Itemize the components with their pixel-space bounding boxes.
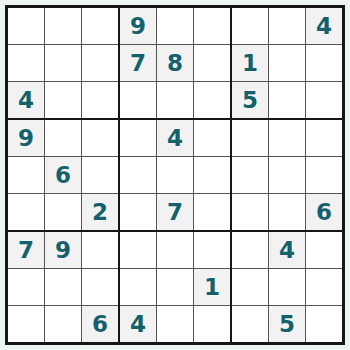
cell-r2c7-given[interactable]: 1 <box>232 45 268 81</box>
cell-r8c2-empty[interactable] <box>45 269 81 305</box>
cell-r7c1-given[interactable]: 7 <box>8 232 44 268</box>
cell-r6c3-given[interactable]: 2 <box>82 194 118 230</box>
cell-r1c6-empty[interactable] <box>194 8 230 44</box>
cell-r2c1-empty[interactable] <box>8 45 44 81</box>
cell-r6c9-given[interactable]: 6 <box>306 194 342 230</box>
cell-r9c1-empty[interactable] <box>8 306 44 342</box>
sudoku-box-5: 47 <box>120 120 230 230</box>
cell-r3c5-empty[interactable] <box>157 82 193 118</box>
cell-r9c5-empty[interactable] <box>157 306 193 342</box>
cell-r1c7-empty[interactable] <box>232 8 268 44</box>
cell-r7c4-empty[interactable] <box>120 232 156 268</box>
sudoku-box-2: 978 <box>120 8 230 118</box>
cell-r7c6-empty[interactable] <box>194 232 230 268</box>
cell-r8c3-empty[interactable] <box>82 269 118 305</box>
cell-r7c9-empty[interactable] <box>306 232 342 268</box>
cell-r2c8-empty[interactable] <box>269 45 305 81</box>
cell-r6c1-empty[interactable] <box>8 194 44 230</box>
cell-r3c1-given[interactable]: 4 <box>8 82 44 118</box>
cell-r6c4-empty[interactable] <box>120 194 156 230</box>
cell-r2c2-empty[interactable] <box>45 45 81 81</box>
cell-r2c5-given[interactable]: 8 <box>157 45 193 81</box>
cell-r9c9-empty[interactable] <box>306 306 342 342</box>
cell-r4c4-empty[interactable] <box>120 120 156 156</box>
sudoku-box-9: 45 <box>232 232 342 342</box>
cell-r8c1-empty[interactable] <box>8 269 44 305</box>
cell-r3c9-empty[interactable] <box>306 82 342 118</box>
cell-r1c4-given[interactable]: 9 <box>120 8 156 44</box>
cell-r9c8-given[interactable]: 5 <box>269 306 305 342</box>
cell-r3c2-empty[interactable] <box>45 82 81 118</box>
cell-r5c4-empty[interactable] <box>120 157 156 193</box>
cell-r7c3-empty[interactable] <box>82 232 118 268</box>
sudoku-box-6: 6 <box>232 120 342 230</box>
cell-r5c8-empty[interactable] <box>269 157 305 193</box>
cell-r3c3-empty[interactable] <box>82 82 118 118</box>
cell-r8c7-empty[interactable] <box>232 269 268 305</box>
cell-r6c5-given[interactable]: 7 <box>157 194 193 230</box>
cell-r8c8-empty[interactable] <box>269 269 305 305</box>
cell-r7c7-empty[interactable] <box>232 232 268 268</box>
cell-r8c9-empty[interactable] <box>306 269 342 305</box>
cell-r1c3-empty[interactable] <box>82 8 118 44</box>
cell-r5c2-given[interactable]: 6 <box>45 157 81 193</box>
sudoku-box-1: 4 <box>8 8 118 118</box>
cell-r7c5-empty[interactable] <box>157 232 193 268</box>
cell-r4c5-given[interactable]: 4 <box>157 120 193 156</box>
cell-r6c2-empty[interactable] <box>45 194 81 230</box>
cell-r5c3-empty[interactable] <box>82 157 118 193</box>
cell-r4c1-given[interactable]: 9 <box>8 120 44 156</box>
cell-r4c3-empty[interactable] <box>82 120 118 156</box>
cell-r6c6-empty[interactable] <box>194 194 230 230</box>
cell-r2c6-empty[interactable] <box>194 45 230 81</box>
sudoku-board: 49784159624767961445 <box>5 5 345 345</box>
cell-r3c8-empty[interactable] <box>269 82 305 118</box>
cell-r2c9-empty[interactable] <box>306 45 342 81</box>
cell-r5c1-empty[interactable] <box>8 157 44 193</box>
cell-r1c8-empty[interactable] <box>269 8 305 44</box>
cell-r1c2-empty[interactable] <box>45 8 81 44</box>
cell-r6c8-empty[interactable] <box>269 194 305 230</box>
cell-r5c5-empty[interactable] <box>157 157 193 193</box>
cell-r1c1-empty[interactable] <box>8 8 44 44</box>
cell-r4c2-empty[interactable] <box>45 120 81 156</box>
cell-r8c5-empty[interactable] <box>157 269 193 305</box>
cell-r3c4-empty[interactable] <box>120 82 156 118</box>
cell-r4c8-empty[interactable] <box>269 120 305 156</box>
cell-r5c9-empty[interactable] <box>306 157 342 193</box>
cell-r1c5-empty[interactable] <box>157 8 193 44</box>
cell-r7c8-given[interactable]: 4 <box>269 232 305 268</box>
cell-r8c4-empty[interactable] <box>120 269 156 305</box>
cell-r9c2-empty[interactable] <box>45 306 81 342</box>
sudoku-box-8: 14 <box>120 232 230 342</box>
cell-r9c3-given[interactable]: 6 <box>82 306 118 342</box>
cell-r2c3-empty[interactable] <box>82 45 118 81</box>
cell-r1c9-given[interactable]: 4 <box>306 8 342 44</box>
sudoku-box-7: 796 <box>8 232 118 342</box>
cell-r3c6-empty[interactable] <box>194 82 230 118</box>
cell-r7c2-given[interactable]: 9 <box>45 232 81 268</box>
cell-r3c7-given[interactable]: 5 <box>232 82 268 118</box>
cell-r6c7-empty[interactable] <box>232 194 268 230</box>
cell-r8c6-given[interactable]: 1 <box>194 269 230 305</box>
cell-r9c4-given[interactable]: 4 <box>120 306 156 342</box>
cell-r5c6-empty[interactable] <box>194 157 230 193</box>
cell-r4c6-empty[interactable] <box>194 120 230 156</box>
sudoku-box-4: 962 <box>8 120 118 230</box>
cell-r4c9-empty[interactable] <box>306 120 342 156</box>
cell-r2c4-given[interactable]: 7 <box>120 45 156 81</box>
sudoku-box-3: 415 <box>232 8 342 118</box>
cell-r5c7-empty[interactable] <box>232 157 268 193</box>
cell-r9c6-empty[interactable] <box>194 306 230 342</box>
cell-r9c7-empty[interactable] <box>232 306 268 342</box>
cell-r4c7-empty[interactable] <box>232 120 268 156</box>
